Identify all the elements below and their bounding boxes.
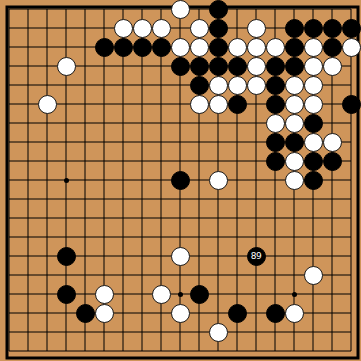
white-stone[interactable] <box>285 76 304 95</box>
white-stone[interactable] <box>114 19 133 38</box>
black-stone[interactable] <box>266 95 285 114</box>
black-stone[interactable] <box>266 133 285 152</box>
black-stone[interactable] <box>152 38 171 57</box>
star-point <box>171 285 190 304</box>
star-point <box>285 285 304 304</box>
white-stone[interactable] <box>266 114 285 133</box>
white-stone[interactable] <box>209 76 228 95</box>
black-stone[interactable] <box>285 19 304 38</box>
stones-grid: 89 <box>0 0 361 361</box>
black-stone[interactable] <box>57 247 76 266</box>
white-stone[interactable] <box>285 304 304 323</box>
white-stone[interactable] <box>304 38 323 57</box>
white-stone[interactable] <box>323 57 342 76</box>
white-stone[interactable] <box>247 57 266 76</box>
black-stone[interactable] <box>304 171 323 190</box>
black-stone[interactable] <box>342 95 361 114</box>
white-stone[interactable] <box>247 19 266 38</box>
black-stone[interactable] <box>209 38 228 57</box>
white-stone[interactable] <box>57 57 76 76</box>
black-stone[interactable] <box>228 95 247 114</box>
black-stone[interactable] <box>190 76 209 95</box>
black-stone[interactable] <box>190 285 209 304</box>
black-stone[interactable] <box>190 57 209 76</box>
white-stone[interactable] <box>171 38 190 57</box>
white-stone[interactable] <box>304 266 323 285</box>
white-stone[interactable] <box>171 247 190 266</box>
black-stone[interactable] <box>209 0 228 19</box>
black-stone[interactable] <box>266 76 285 95</box>
white-stone[interactable] <box>323 133 342 152</box>
black-stone[interactable] <box>304 114 323 133</box>
black-stone[interactable] <box>285 133 304 152</box>
black-stone[interactable] <box>133 38 152 57</box>
black-stone[interactable] <box>57 285 76 304</box>
white-stone[interactable] <box>152 285 171 304</box>
white-stone[interactable] <box>95 304 114 323</box>
move-number-label: 89 <box>251 252 261 261</box>
white-stone[interactable] <box>209 171 228 190</box>
black-stone[interactable] <box>76 304 95 323</box>
black-stone[interactable] <box>209 19 228 38</box>
black-stone[interactable] <box>209 57 228 76</box>
white-stone[interactable] <box>304 95 323 114</box>
white-stone[interactable] <box>304 133 323 152</box>
black-stone[interactable] <box>304 19 323 38</box>
black-stone[interactable] <box>285 38 304 57</box>
white-stone[interactable] <box>38 95 57 114</box>
black-stone[interactable] <box>171 171 190 190</box>
white-stone[interactable] <box>95 285 114 304</box>
go-board[interactable]: 89 <box>0 0 361 361</box>
white-stone[interactable] <box>285 95 304 114</box>
black-stone[interactable] <box>266 304 285 323</box>
black-stone[interactable] <box>323 19 342 38</box>
white-stone[interactable] <box>190 19 209 38</box>
white-stone[interactable] <box>209 323 228 342</box>
white-stone[interactable] <box>228 38 247 57</box>
white-stone[interactable] <box>266 38 285 57</box>
black-stone[interactable] <box>228 304 247 323</box>
black-stone[interactable] <box>342 19 361 38</box>
white-stone[interactable] <box>190 38 209 57</box>
white-stone[interactable] <box>171 0 190 19</box>
white-stone[interactable] <box>133 19 152 38</box>
white-stone[interactable] <box>304 57 323 76</box>
black-stone[interactable] <box>114 38 133 57</box>
black-stone[interactable] <box>323 38 342 57</box>
black-stone[interactable] <box>266 152 285 171</box>
black-stone[interactable] <box>323 152 342 171</box>
black-stone[interactable] <box>304 152 323 171</box>
white-stone[interactable] <box>342 38 361 57</box>
white-stone[interactable] <box>285 171 304 190</box>
white-stone[interactable] <box>247 76 266 95</box>
black-stone[interactable] <box>285 57 304 76</box>
white-stone[interactable] <box>152 19 171 38</box>
white-stone[interactable] <box>304 76 323 95</box>
white-stone[interactable] <box>228 76 247 95</box>
white-stone[interactable] <box>171 304 190 323</box>
black-stone[interactable] <box>95 38 114 57</box>
black-stone[interactable] <box>228 57 247 76</box>
white-stone[interactable] <box>190 95 209 114</box>
black-stone[interactable] <box>266 57 285 76</box>
white-stone[interactable] <box>285 152 304 171</box>
star-point <box>57 171 76 190</box>
black-stone[interactable] <box>171 57 190 76</box>
white-stone[interactable] <box>285 114 304 133</box>
black-stone-move-89[interactable]: 89 <box>247 247 266 266</box>
white-stone[interactable] <box>209 95 228 114</box>
white-stone[interactable] <box>247 38 266 57</box>
